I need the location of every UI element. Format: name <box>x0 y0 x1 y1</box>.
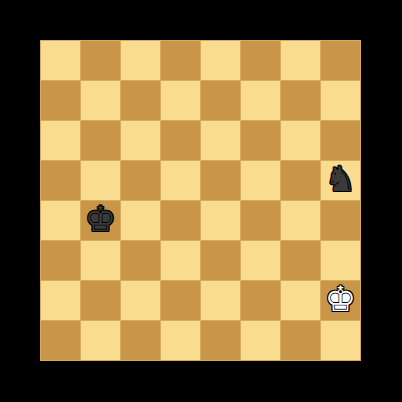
square-c5[interactable] <box>121 161 160 200</box>
square-a7[interactable] <box>41 81 80 120</box>
square-h2[interactable]: ♚ <box>321 281 360 320</box>
square-a2[interactable] <box>41 281 80 320</box>
square-d3[interactable] <box>161 241 200 280</box>
square-b1[interactable] <box>81 321 120 360</box>
square-d4[interactable] <box>161 201 200 240</box>
square-b6[interactable] <box>81 121 120 160</box>
square-c7[interactable] <box>121 81 160 120</box>
square-d5[interactable] <box>161 161 200 200</box>
square-b7[interactable] <box>81 81 120 120</box>
square-e1[interactable] <box>201 321 240 360</box>
square-a4[interactable] <box>41 201 80 240</box>
square-f7[interactable] <box>241 81 280 120</box>
square-e6[interactable] <box>201 121 240 160</box>
square-h6[interactable] <box>321 121 360 160</box>
square-b4[interactable]: ♚ <box>81 201 120 240</box>
square-e8[interactable] <box>201 41 240 80</box>
square-a8[interactable] <box>41 41 80 80</box>
square-c3[interactable] <box>121 241 160 280</box>
square-c1[interactable] <box>121 321 160 360</box>
square-f5[interactable] <box>241 161 280 200</box>
square-h5[interactable]: ♞ <box>321 161 360 200</box>
square-a3[interactable] <box>41 241 80 280</box>
chess-app-screen: ♞♚♚ <box>0 0 402 402</box>
square-b8[interactable] <box>81 41 120 80</box>
square-c4[interactable] <box>121 201 160 240</box>
square-f2[interactable] <box>241 281 280 320</box>
square-e5[interactable] <box>201 161 240 200</box>
piece-white-king[interactable]: ♚ <box>325 282 356 317</box>
square-g7[interactable] <box>281 81 320 120</box>
square-h1[interactable] <box>321 321 360 360</box>
square-d1[interactable] <box>161 321 200 360</box>
square-c6[interactable] <box>121 121 160 160</box>
piece-black-king[interactable]: ♚ <box>85 202 116 237</box>
square-f4[interactable] <box>241 201 280 240</box>
square-a1[interactable] <box>41 321 80 360</box>
square-g3[interactable] <box>281 241 320 280</box>
square-h4[interactable] <box>321 201 360 240</box>
square-b3[interactable] <box>81 241 120 280</box>
square-e7[interactable] <box>201 81 240 120</box>
square-g1[interactable] <box>281 321 320 360</box>
square-b2[interactable] <box>81 281 120 320</box>
square-h7[interactable] <box>321 81 360 120</box>
square-h3[interactable] <box>321 241 360 280</box>
square-g5[interactable] <box>281 161 320 200</box>
square-g4[interactable] <box>281 201 320 240</box>
square-e3[interactable] <box>201 241 240 280</box>
square-a5[interactable] <box>41 161 80 200</box>
square-g6[interactable] <box>281 121 320 160</box>
square-d8[interactable] <box>161 41 200 80</box>
square-e2[interactable] <box>201 281 240 320</box>
square-e4[interactable] <box>201 201 240 240</box>
square-c2[interactable] <box>121 281 160 320</box>
square-f1[interactable] <box>241 321 280 360</box>
piece-black-knight[interactable]: ♞ <box>325 162 356 197</box>
square-c8[interactable] <box>121 41 160 80</box>
square-g8[interactable] <box>281 41 320 80</box>
square-d6[interactable] <box>161 121 200 160</box>
square-f3[interactable] <box>241 241 280 280</box>
square-h8[interactable] <box>321 41 360 80</box>
square-b5[interactable] <box>81 161 120 200</box>
square-f8[interactable] <box>241 41 280 80</box>
chess-board: ♞♚♚ <box>40 40 361 361</box>
square-d7[interactable] <box>161 81 200 120</box>
square-d2[interactable] <box>161 281 200 320</box>
square-a6[interactable] <box>41 121 80 160</box>
square-f6[interactable] <box>241 121 280 160</box>
square-g2[interactable] <box>281 281 320 320</box>
